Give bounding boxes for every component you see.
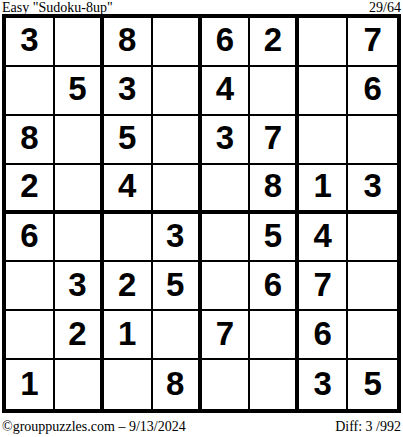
cell-r1c6[interactable]: 2 — [250, 18, 299, 67]
cell-r6c4[interactable]: 5 — [153, 262, 202, 311]
cell-r5c4[interactable]: 3 — [153, 214, 202, 263]
cell-r4c6[interactable]: 8 — [250, 165, 299, 214]
cell-r8c3[interactable] — [104, 360, 153, 409]
cell-r6c1[interactable] — [6, 262, 55, 311]
sudoku-board: 38627534685372481363543256721761835 — [2, 14, 401, 413]
cell-r2c1[interactable] — [6, 67, 55, 116]
cell-r6c7[interactable]: 7 — [299, 262, 348, 311]
header: Easy "Sudoku-8up" 29/64 — [0, 0, 403, 14]
cell-r7c1[interactable] — [6, 311, 55, 360]
cell-r7c3[interactable]: 1 — [104, 311, 153, 360]
cell-r2c8[interactable]: 6 — [348, 67, 397, 116]
cell-r4c3[interactable]: 4 — [104, 165, 153, 214]
cell-r8c1[interactable]: 1 — [6, 360, 55, 409]
cell-r6c5[interactable] — [202, 262, 251, 311]
cell-r5c6[interactable]: 5 — [250, 214, 299, 263]
cell-r4c4[interactable] — [153, 165, 202, 214]
cell-r8c8[interactable]: 5 — [348, 360, 397, 409]
cell-r5c3[interactable] — [104, 214, 153, 263]
cell-r2c3[interactable]: 3 — [104, 67, 153, 116]
cell-r2c6[interactable] — [250, 67, 299, 116]
cell-r1c4[interactable] — [153, 18, 202, 67]
cell-r8c4[interactable]: 8 — [153, 360, 202, 409]
cell-r8c5[interactable] — [202, 360, 251, 409]
cell-r5c1[interactable]: 6 — [6, 214, 55, 263]
cell-r6c3[interactable]: 2 — [104, 262, 153, 311]
cell-r2c5[interactable]: 4 — [202, 67, 251, 116]
cell-r5c5[interactable] — [202, 214, 251, 263]
cell-r4c1[interactable]: 2 — [6, 165, 55, 214]
cell-r5c7[interactable]: 4 — [299, 214, 348, 263]
cell-r2c2[interactable]: 5 — [55, 67, 104, 116]
cell-r7c7[interactable]: 6 — [299, 311, 348, 360]
cell-r8c7[interactable]: 3 — [299, 360, 348, 409]
cell-r1c2[interactable] — [55, 18, 104, 67]
cell-r2c4[interactable] — [153, 67, 202, 116]
cell-r5c2[interactable] — [55, 214, 104, 263]
cell-r2c7[interactable] — [299, 67, 348, 116]
cell-r3c8[interactable] — [348, 116, 397, 165]
cell-r7c8[interactable] — [348, 311, 397, 360]
cell-r4c2[interactable] — [55, 165, 104, 214]
cell-r4c8[interactable]: 3 — [348, 165, 397, 214]
cell-r3c4[interactable] — [153, 116, 202, 165]
cell-r1c5[interactable]: 6 — [202, 18, 251, 67]
cell-r3c2[interactable] — [55, 116, 104, 165]
cell-r6c8[interactable] — [348, 262, 397, 311]
cell-r3c3[interactable]: 5 — [104, 116, 153, 165]
cell-r8c2[interactable] — [55, 360, 104, 409]
cell-r6c6[interactable]: 6 — [250, 262, 299, 311]
cell-r3c7[interactable] — [299, 116, 348, 165]
cell-r7c4[interactable] — [153, 311, 202, 360]
cell-r3c5[interactable]: 3 — [202, 116, 251, 165]
cell-r5c8[interactable] — [348, 214, 397, 263]
footer-copyright: ©grouppuzzles.com – 9/13/2024 — [2, 420, 186, 434]
cell-r7c5[interactable]: 7 — [202, 311, 251, 360]
cell-r4c7[interactable]: 1 — [299, 165, 348, 214]
cell-r3c1[interactable]: 8 — [6, 116, 55, 165]
difficulty-label: Diff: 3 /992 — [335, 420, 401, 434]
cell-r1c8[interactable]: 7 — [348, 18, 397, 67]
cell-r8c6[interactable] — [250, 360, 299, 409]
cell-r4c5[interactable] — [202, 165, 251, 214]
cell-r7c6[interactable] — [250, 311, 299, 360]
cell-r1c7[interactable] — [299, 18, 348, 67]
cell-r3c6[interactable]: 7 — [250, 116, 299, 165]
footer: ©grouppuzzles.com – 9/13/2024 Diff: 3 /9… — [0, 413, 403, 434]
cell-r1c3[interactable]: 8 — [104, 18, 153, 67]
cell-r6c2[interactable]: 3 — [55, 262, 104, 311]
cell-r1c1[interactable]: 3 — [6, 18, 55, 67]
puzzle-counter: 29/64 — [369, 1, 401, 14]
page-title: Easy "Sudoku-8up" — [2, 1, 113, 14]
cell-r7c2[interactable]: 2 — [55, 311, 104, 360]
